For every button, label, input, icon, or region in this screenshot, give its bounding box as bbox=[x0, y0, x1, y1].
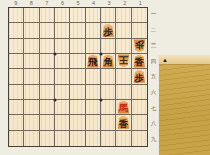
board-cell-2-6[interactable] bbox=[116, 85, 131, 100]
board-cell-9-6[interactable] bbox=[9, 85, 24, 100]
sente-hand-header: ▲ bbox=[159, 55, 210, 65]
sente-hand-tray bbox=[159, 65, 210, 155]
shogi-piece-香-2八[interactable]: 香 bbox=[117, 116, 130, 130]
board-cell-4-9[interactable] bbox=[86, 131, 101, 146]
shogi-piece-歩-1五[interactable]: 歩 bbox=[133, 70, 146, 84]
board-cell-8-7[interactable] bbox=[24, 100, 39, 115]
board-cell-3-3[interactable] bbox=[101, 39, 116, 54]
board-cell-2-1[interactable] bbox=[116, 8, 131, 23]
board-cell-9-5[interactable] bbox=[9, 69, 24, 84]
board-cell-2-3[interactable] bbox=[116, 39, 131, 54]
sente-marker: ▲ bbox=[162, 57, 168, 63]
board-cell-3-2[interactable]: 歩 bbox=[101, 23, 116, 38]
board-cell-1-1[interactable] bbox=[132, 8, 147, 23]
shogi-diagram: 987654321 歩歩飛角王香歩馬香 一二三四五六七八九 ▲ bbox=[0, 0, 210, 155]
rank-label: 六 bbox=[149, 85, 158, 101]
piece-glyph: 王 bbox=[119, 56, 129, 66]
board-cell-7-7[interactable] bbox=[40, 100, 55, 115]
board-cell-5-7[interactable] bbox=[70, 100, 85, 115]
rank-label: 五 bbox=[149, 69, 158, 85]
board-cell-2-5[interactable] bbox=[116, 69, 131, 84]
piece-glyph: 歩 bbox=[103, 26, 113, 36]
board-cell-5-8[interactable] bbox=[70, 115, 85, 130]
board-cell-9-7[interactable] bbox=[9, 100, 24, 115]
board-cell-4-2[interactable] bbox=[86, 23, 101, 38]
board-cell-7-2[interactable] bbox=[40, 23, 55, 38]
board-cell-1-4[interactable]: 香 bbox=[132, 54, 147, 69]
board-cell-1-3[interactable]: 歩 bbox=[132, 39, 147, 54]
board-cell-3-5[interactable] bbox=[101, 69, 116, 84]
rank-label: 三 bbox=[149, 38, 158, 54]
shogi-piece-馬-2七[interactable]: 馬 bbox=[117, 100, 130, 114]
shogi-board[interactable]: 歩歩飛角王香歩馬香 bbox=[8, 7, 148, 147]
board-cell-6-1[interactable] bbox=[55, 8, 70, 23]
board-cell-5-5[interactable] bbox=[70, 69, 85, 84]
board-cell-6-4[interactable] bbox=[55, 54, 70, 69]
rank-label: 九 bbox=[149, 131, 158, 147]
board-cell-4-3[interactable] bbox=[86, 39, 101, 54]
file-label: 5 bbox=[70, 0, 86, 7]
board-cell-9-8[interactable] bbox=[9, 115, 24, 130]
board-cell-6-3[interactable] bbox=[55, 39, 70, 54]
rank-label: 八 bbox=[149, 116, 158, 132]
board-cell-9-4[interactable] bbox=[9, 54, 24, 69]
board-cell-5-3[interactable] bbox=[70, 39, 85, 54]
board-cell-8-9[interactable] bbox=[24, 131, 39, 146]
file-label: 1 bbox=[132, 0, 148, 7]
board-cell-7-4[interactable] bbox=[40, 54, 55, 69]
board-cell-8-1[interactable] bbox=[24, 8, 39, 23]
hoshi-dot bbox=[54, 99, 57, 102]
piece-glyph: 飛 bbox=[88, 57, 98, 67]
file-label: 8 bbox=[24, 0, 40, 7]
piece-glyph: 香 bbox=[119, 118, 129, 128]
rank-label: 一 bbox=[149, 7, 158, 23]
board-cell-1-7[interactable] bbox=[132, 100, 147, 115]
board-cell-7-1[interactable] bbox=[40, 8, 55, 23]
board-cell-1-8[interactable] bbox=[132, 115, 147, 130]
board-cell-4-4[interactable]: 飛 bbox=[86, 54, 101, 69]
file-label: 7 bbox=[39, 0, 55, 7]
board-cell-4-5[interactable] bbox=[86, 69, 101, 84]
board-cell-3-9[interactable] bbox=[101, 131, 116, 146]
board-cell-8-8[interactable] bbox=[24, 115, 39, 130]
board-cell-6-7[interactable] bbox=[55, 100, 70, 115]
shogi-piece-飛-4四[interactable]: 飛 bbox=[86, 54, 99, 68]
file-label: 3 bbox=[101, 0, 117, 7]
board-cell-2-8[interactable]: 香 bbox=[116, 115, 131, 130]
file-label: 4 bbox=[86, 0, 102, 7]
board-cell-9-9[interactable] bbox=[9, 131, 24, 146]
file-label: 9 bbox=[8, 0, 24, 7]
board-cell-9-3[interactable] bbox=[9, 39, 24, 54]
board-cell-3-8[interactable] bbox=[101, 115, 116, 130]
shogi-piece-香-1四[interactable]: 香 bbox=[133, 54, 146, 68]
piece-glyph: 馬 bbox=[119, 103, 129, 113]
board-cell-9-2[interactable] bbox=[9, 23, 24, 38]
board-cell-6-9[interactable] bbox=[55, 131, 70, 146]
board-cell-1-5[interactable]: 歩 bbox=[132, 69, 147, 84]
board-cell-2-2[interactable] bbox=[116, 23, 131, 38]
board-cell-7-5[interactable] bbox=[40, 69, 55, 84]
piece-glyph: 歩 bbox=[135, 72, 145, 82]
hoshi-dot bbox=[100, 53, 103, 56]
board-cell-4-7[interactable] bbox=[86, 100, 101, 115]
board-cell-8-5[interactable] bbox=[24, 69, 39, 84]
board-cell-8-4[interactable] bbox=[24, 54, 39, 69]
board-cell-6-2[interactable] bbox=[55, 23, 70, 38]
board-cell-7-6[interactable] bbox=[40, 85, 55, 100]
rank-label: 四 bbox=[149, 54, 158, 70]
board-cell-4-6[interactable] bbox=[86, 85, 101, 100]
board-cell-5-9[interactable] bbox=[70, 131, 85, 146]
board-cell-1-6[interactable] bbox=[132, 85, 147, 100]
board-cell-5-6[interactable] bbox=[70, 85, 85, 100]
board-cell-9-1[interactable] bbox=[9, 8, 24, 23]
shogi-piece-王-2四[interactable]: 王 bbox=[117, 54, 130, 68]
board-cell-1-9[interactable] bbox=[132, 131, 147, 146]
file-labels: 987654321 bbox=[8, 0, 148, 7]
hoshi-dot bbox=[100, 99, 103, 102]
board-cell-3-1[interactable] bbox=[101, 8, 116, 23]
board-cell-7-3[interactable] bbox=[40, 39, 55, 54]
rank-labels: 一二三四五六七八九 bbox=[149, 7, 158, 147]
board-cell-3-4[interactable]: 角 bbox=[101, 54, 116, 69]
file-label: 6 bbox=[55, 0, 71, 7]
shogi-piece-歩-1三[interactable]: 歩 bbox=[133, 39, 146, 53]
hoshi-dot bbox=[54, 53, 57, 56]
piece-glyph: 歩 bbox=[135, 41, 145, 51]
board-cell-2-7[interactable]: 馬 bbox=[116, 100, 131, 115]
shogi-piece-歩-3二[interactable]: 歩 bbox=[102, 24, 115, 38]
board-cell-8-6[interactable] bbox=[24, 85, 39, 100]
board-cell-2-9[interactable] bbox=[116, 131, 131, 146]
board-cell-2-4[interactable]: 王 bbox=[116, 54, 131, 69]
file-label: 2 bbox=[117, 0, 133, 7]
board-cell-5-1[interactable] bbox=[70, 8, 85, 23]
board-cell-4-1[interactable] bbox=[86, 8, 101, 23]
board-cell-7-9[interactable] bbox=[40, 131, 55, 146]
board-cell-3-7[interactable] bbox=[101, 100, 116, 115]
sente-hand-panel: ▲ bbox=[158, 55, 210, 155]
board-cell-3-6[interactable] bbox=[101, 85, 116, 100]
board-cell-5-2[interactable] bbox=[70, 23, 85, 38]
board-cell-8-2[interactable] bbox=[24, 23, 39, 38]
shogi-piece-角-3四[interactable]: 角 bbox=[102, 54, 115, 68]
board-cell-4-8[interactable] bbox=[86, 115, 101, 130]
piece-glyph: 香 bbox=[135, 57, 145, 67]
rank-label: 二 bbox=[149, 23, 158, 39]
rank-label: 七 bbox=[149, 100, 158, 116]
board-cell-8-3[interactable] bbox=[24, 39, 39, 54]
board-cell-7-8[interactable] bbox=[40, 115, 55, 130]
piece-glyph: 角 bbox=[103, 57, 113, 67]
board-cell-6-5[interactable] bbox=[55, 69, 70, 84]
board-cell-5-4[interactable] bbox=[70, 54, 85, 69]
board-cell-1-2[interactable] bbox=[132, 23, 147, 38]
board-cell-6-6[interactable] bbox=[55, 85, 70, 100]
board-cell-6-8[interactable] bbox=[55, 115, 70, 130]
